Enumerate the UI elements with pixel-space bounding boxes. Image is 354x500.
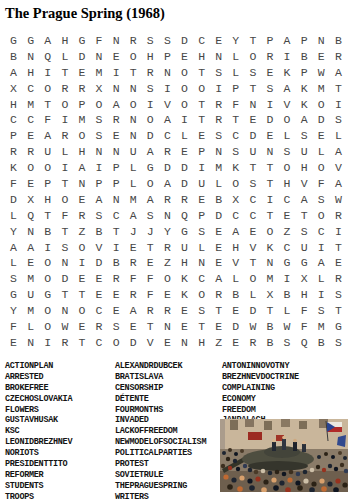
grid-cell-r7c17: L <box>279 128 296 144</box>
grid-cell-r14c1: A <box>5 240 22 256</box>
grid-cell-r20c2: N <box>22 335 39 351</box>
grid-cell-r2c7: E <box>108 49 125 65</box>
grid-cell-r10c8: L <box>125 176 142 192</box>
grid-cell-r15c13: E <box>210 255 227 271</box>
grid-cell-r14c5: O <box>73 240 90 256</box>
grid-cell-r16c5: E <box>73 271 90 287</box>
grid-cell-r5c5: P <box>73 97 90 113</box>
grid-cell-r9c18: H <box>296 160 313 176</box>
grid-cell-r15c7: B <box>108 255 125 271</box>
grid-cell-r2c3: Q <box>39 49 56 65</box>
grid-cell-r7c18: S <box>296 128 313 144</box>
grid-cell-r9c17: O <box>279 160 296 176</box>
grid-cell-r5c2: M <box>22 97 39 113</box>
grid-cell-r16c14: L <box>227 271 244 287</box>
grid-cell-r17c1: G <box>5 287 22 303</box>
grid-cell-r3c17: K <box>279 65 296 81</box>
grid-cell-r9c2: O <box>22 160 39 176</box>
word-list-item: LACKOFFREEDOM <box>115 426 206 437</box>
word-list-item: THEPRAGUESPRING <box>115 481 206 492</box>
grid-cell-r16c6: E <box>90 271 107 287</box>
grid-cell-r6c3: F <box>39 112 56 128</box>
grid-cell-r20c4: R <box>56 335 73 351</box>
grid-cell-r7c16: E <box>261 128 278 144</box>
grid-cell-r18c15: D <box>244 303 261 319</box>
grid-cell-r10c13: L <box>210 176 227 192</box>
grid-cell-r20c19: B <box>313 335 330 351</box>
grid-cell-r3c18: P <box>296 65 313 81</box>
grid-cell-r6c17: O <box>279 112 296 128</box>
word-list-item: POLITICALPARTIES <box>115 448 206 459</box>
grid-cell-r18c19: S <box>313 303 330 319</box>
grid-cell-r19c5: E <box>73 319 90 335</box>
grid-cell-r11c6: A <box>90 192 107 208</box>
grid-cell-r3c1: A <box>5 65 22 81</box>
grid-cell-r2c11: E <box>176 49 193 65</box>
grid-cell-r7c8: N <box>125 128 142 144</box>
grid-cell-r8c16: N <box>261 144 278 160</box>
grid-cell-r19c2: L <box>22 319 39 335</box>
grid-cell-r6c6: S <box>90 112 107 128</box>
word-list-item: LEONIDBREZHNEV <box>5 437 72 448</box>
grid-cell-r20c18: Q <box>296 335 313 351</box>
grid-cell-r13c17: Z <box>279 224 296 240</box>
grid-cell-r2c15: O <box>244 49 261 65</box>
word-list-column-1: ACTIONPLANARRESTEDBROKEFREECZECHOSLOVAKI… <box>5 361 72 500</box>
grid-cell-r19c14: D <box>227 319 244 335</box>
grid-cell-r20c13: Z <box>210 335 227 351</box>
word-list-item: REFORMER <box>5 470 72 481</box>
grid-cell-r7c20: L <box>330 128 347 144</box>
grid-cell-r8c1: R <box>5 144 22 160</box>
grid-cell-r13c8: J <box>125 224 142 240</box>
grid-cell-r20c6: C <box>90 335 107 351</box>
grid-cell-r12c3: T <box>39 208 56 224</box>
grid-cell-r3c10: N <box>159 65 176 81</box>
grid-cell-r12c1: L <box>5 208 22 224</box>
grid-cell-r13c20: I <box>330 224 347 240</box>
grid-cell-r13c10: Y <box>159 224 176 240</box>
grid-cell-r11c16: I <box>261 192 278 208</box>
grid-cell-r3c16: E <box>261 65 278 81</box>
grid-cell-r8c5: H <box>73 144 90 160</box>
grid-cell-r17c17: B <box>279 287 296 303</box>
grid-cell-r14c7: I <box>108 240 125 256</box>
grid-cell-r18c9: R <box>142 303 159 319</box>
grid-cell-r10c20: A <box>330 176 347 192</box>
grid-cell-r11c14: X <box>227 192 244 208</box>
word-list-item: WRITERS <box>115 492 206 500</box>
grid-cell-r8c17: S <box>279 144 296 160</box>
grid-cell-r1c12: C <box>193 33 210 49</box>
grid-cell-r8c3: U <box>39 144 56 160</box>
grid-cell-r9c6: I <box>90 160 107 176</box>
word-list-item: GUSTAVHUSAK <box>5 415 72 426</box>
grid-cell-r9c8: L <box>125 160 142 176</box>
grid-cell-r12c10: N <box>159 208 176 224</box>
grid-cell-r2c17: I <box>279 49 296 65</box>
word-list-item: ECONOMY <box>222 394 299 405</box>
grid-cell-r15c20: E <box>330 255 347 271</box>
grid-cell-r2c10: P <box>159 49 176 65</box>
grid-cell-r2c2: N <box>22 49 39 65</box>
worksheet-page: The Prague Spring (1968) GGAHGFNRSSDCEYT… <box>0 0 354 500</box>
grid-cell-r4c18: K <box>296 81 313 97</box>
grid-cell-r18c18: F <box>296 303 313 319</box>
grid-cell-r16c12: C <box>193 271 210 287</box>
grid-cell-r18c1: Y <box>5 303 22 319</box>
word-list-item: BREZHNEVDOCTRINE <box>222 372 299 383</box>
grid-cell-r9c9: G <box>142 160 159 176</box>
grid-cell-r16c19: L <box>313 271 330 287</box>
grid-cell-r19c16: B <box>261 319 278 335</box>
word-list-column-3: ANTONINNOVOTNYBREZHNEVDOCTRINECOMPLAININ… <box>222 361 299 426</box>
grid-cell-r3c6: M <box>90 65 107 81</box>
grid-cell-r10c9: O <box>142 176 159 192</box>
grid-cell-r4c13: I <box>210 81 227 97</box>
grid-cell-r14c11: U <box>176 240 193 256</box>
red-banner <box>248 432 262 440</box>
grid-cell-r10c11: D <box>176 176 193 192</box>
grid-cell-r6c15: E <box>244 112 261 128</box>
word-list-column-2: ALEXANDRDUBCEKBRATISLAVACENSORSHIPDÉTENT… <box>115 361 206 500</box>
grid-cell-r13c9: J <box>142 224 159 240</box>
grid-cell-r1c10: S <box>159 33 176 49</box>
grid-cell-r19c13: E <box>210 319 227 335</box>
word-list-item: TROOPS <box>5 492 72 500</box>
grid-cell-r19c9: T <box>142 319 159 335</box>
grid-cell-r1c13: E <box>210 33 227 49</box>
grid-cell-r5c15: N <box>244 97 261 113</box>
grid-cell-r14c9: T <box>142 240 159 256</box>
grid-cell-r9c7: P <box>108 160 125 176</box>
word-list-item: FLOWERS <box>5 405 72 416</box>
grid-cell-r12c7: C <box>108 208 125 224</box>
grid-cell-r19c17: W <box>279 319 296 335</box>
grid-cell-r16c10: O <box>159 271 176 287</box>
word-list-item: ACTIONPLAN <box>5 361 72 372</box>
grid-cell-r12c20: R <box>330 208 347 224</box>
grid-cell-r10c15: S <box>244 176 261 192</box>
grid-cell-r9c10: D <box>159 160 176 176</box>
grid-cell-r12c5: R <box>73 208 90 224</box>
grid-cell-r3c3: I <box>39 65 56 81</box>
grid-cell-r14c2: A <box>22 240 39 256</box>
grid-cell-r6c9: O <box>142 112 159 128</box>
grid-cell-r9c13: M <box>210 160 227 176</box>
grid-cell-r18c8: A <box>125 303 142 319</box>
grid-cell-r18c3: O <box>39 303 56 319</box>
grid-cell-r13c15: E <box>244 224 261 240</box>
grid-cell-r8c6: N <box>90 144 107 160</box>
grid-cell-r16c1: S <box>5 271 22 287</box>
grid-cell-r4c12: O <box>193 81 210 97</box>
grid-cell-r4c2: C <box>22 81 39 97</box>
grid-cell-r14c10: R <box>159 240 176 256</box>
grid-cell-r18c20: T <box>330 303 347 319</box>
grid-cell-r11c5: E <box>73 192 90 208</box>
grid-cell-r11c8: M <box>125 192 142 208</box>
grid-cell-r4c1: X <box>5 81 22 97</box>
grid-cell-r18c13: T <box>210 303 227 319</box>
grid-cell-r18c14: E <box>227 303 244 319</box>
grid-cell-r9c16: T <box>261 160 278 176</box>
grid-cell-r15c15: T <box>244 255 261 271</box>
grid-cell-r14c8: E <box>125 240 142 256</box>
grid-cell-r2c4: L <box>56 49 73 65</box>
grid-cell-r4c6: X <box>90 81 107 97</box>
grid-cell-r7c12: E <box>193 128 210 144</box>
grid-cell-r17c14: B <box>227 287 244 303</box>
grid-cell-r14c18: U <box>296 240 313 256</box>
grid-cell-r13c13: E <box>210 224 227 240</box>
grid-cell-r15c12: N <box>193 255 210 271</box>
grid-cell-r13c7: T <box>108 224 125 240</box>
word-list-item: FOURMONTHS <box>115 405 206 416</box>
grid-cell-r18c6: C <box>90 303 107 319</box>
grid-cell-r4c14: P <box>227 81 244 97</box>
grid-cell-r4c11: O <box>176 81 193 97</box>
grid-cell-r17c15: L <box>244 287 261 303</box>
grid-cell-r6c4: I <box>56 112 73 128</box>
grid-cell-r3c15: S <box>244 65 261 81</box>
word-list-item: STUDENTS <box>5 481 72 492</box>
grid-cell-r20c12: H <box>193 335 210 351</box>
word-list-item: FREEDOM <box>222 405 299 416</box>
grid-cell-r14c6: V <box>90 240 107 256</box>
grid-cell-r20c10: E <box>159 335 176 351</box>
grid-cell-r13c1: Y <box>5 224 22 240</box>
grid-cell-r11c13: B <box>210 192 227 208</box>
grid-cell-r3c9: R <box>142 65 159 81</box>
grid-cell-r5c9: I <box>142 97 159 113</box>
grid-cell-r12c6: S <box>90 208 107 224</box>
grid-cell-r18c4: N <box>56 303 73 319</box>
grid-cell-r4c8: N <box>125 81 142 97</box>
grid-cell-r14c17: C <box>279 240 296 256</box>
grid-cell-r10c16: T <box>261 176 278 192</box>
grid-cell-r5c11: O <box>176 97 193 113</box>
grid-cell-r2c1: B <box>5 49 22 65</box>
grid-cell-r12c16: T <box>261 208 278 224</box>
grid-cell-r15c11: H <box>176 255 193 271</box>
grid-cell-r11c3: H <box>39 192 56 208</box>
grid-cell-r7c3: A <box>39 128 56 144</box>
grid-cell-r16c11: K <box>176 271 193 287</box>
grid-cell-r11c7: N <box>108 192 125 208</box>
grid-cell-r19c18: F <box>296 319 313 335</box>
grid-cell-r5c4: O <box>56 97 73 113</box>
grid-cell-r11c17: C <box>279 192 296 208</box>
grid-cell-r10c2: E <box>22 176 39 192</box>
grid-cell-r6c19: D <box>313 112 330 128</box>
grid-cell-r3c13: S <box>210 65 227 81</box>
grid-cell-r1c5: G <box>73 33 90 49</box>
grid-cell-r16c20: R <box>330 271 347 287</box>
grid-cell-r15c8: R <box>125 255 142 271</box>
grid-cell-r12c14: C <box>227 208 244 224</box>
grid-cell-r8c19: L <box>313 144 330 160</box>
grid-cell-r8c13: N <box>210 144 227 160</box>
grid-cell-r8c12: P <box>193 144 210 160</box>
grid-cell-r7c5: O <box>73 128 90 144</box>
grid-cell-r5c20: I <box>330 97 347 113</box>
grid-cell-r11c18: A <box>296 192 313 208</box>
grid-cell-r13c4: T <box>56 224 73 240</box>
grid-cell-r12c9: S <box>142 208 159 224</box>
grid-cell-r19c1: F <box>5 319 22 335</box>
grid-cell-r7c7: E <box>108 128 125 144</box>
grid-cell-r10c4: T <box>56 176 73 192</box>
grid-cell-r19c12: T <box>193 319 210 335</box>
grid-cell-r7c14: C <box>227 128 244 144</box>
word-list-item: ARRESTED <box>5 372 72 383</box>
grid-cell-r19c4: W <box>56 319 73 335</box>
grid-cell-r2c9: H <box>142 49 159 65</box>
grid-cell-r7c19: E <box>313 128 330 144</box>
grid-cell-r20c7: O <box>108 335 125 351</box>
grid-cell-r3c7: I <box>108 65 125 81</box>
grid-cell-r2c12: H <box>193 49 210 65</box>
grid-cell-r16c18: X <box>296 271 313 287</box>
grid-cell-r2c19: E <box>313 49 330 65</box>
grid-cell-r7c1: P <box>5 128 22 144</box>
grid-cell-r15c4: N <box>56 255 73 271</box>
grid-cell-r15c17: G <box>279 255 296 271</box>
grid-cell-r15c10: Z <box>159 255 176 271</box>
grid-cell-r13c5: Z <box>73 224 90 240</box>
word-list-item: SOVIETRULE <box>115 470 206 481</box>
grid-cell-r1c19: N <box>313 33 330 49</box>
grid-cell-r1c20: B <box>330 33 347 49</box>
grid-cell-r1c14: Y <box>227 33 244 49</box>
word-list-item: BROKEFREE <box>5 383 72 394</box>
grid-cell-r2c18: B <box>296 49 313 65</box>
grid-cell-r6c8: N <box>125 112 142 128</box>
grid-cell-r16c16: M <box>261 271 278 287</box>
grid-cell-r15c14: V <box>227 255 244 271</box>
grid-cell-r18c17: L <box>279 303 296 319</box>
grid-cell-r11c19: S <box>313 192 330 208</box>
grid-cell-r12c19: O <box>313 208 330 224</box>
grid-cell-r10c6: P <box>90 176 107 192</box>
grid-cell-r8c2: R <box>22 144 39 160</box>
grid-cell-r20c3: I <box>39 335 56 351</box>
grid-cell-r10c18: V <box>296 176 313 192</box>
grid-cell-r11c12: E <box>193 192 210 208</box>
grid-cell-r6c11: I <box>176 112 193 128</box>
grid-cell-r12c11: Q <box>176 208 193 224</box>
grid-cell-r5c14: F <box>227 97 244 113</box>
grid-cell-r13c14: A <box>227 224 244 240</box>
grid-cell-r3c2: H <box>22 65 39 81</box>
grid-cell-r1c9: S <box>142 33 159 49</box>
grid-cell-r6c13: R <box>210 112 227 128</box>
grid-cell-r19c20: G <box>330 319 347 335</box>
grid-cell-r5c18: K <box>296 97 313 113</box>
grid-cell-r4c4: R <box>56 81 73 97</box>
grid-cell-r1c1: G <box>5 33 22 49</box>
grid-cell-r4c15: T <box>244 81 261 97</box>
grid-cell-r20c17: S <box>279 335 296 351</box>
grid-cell-r2c6: N <box>90 49 107 65</box>
grid-cell-r1c3: A <box>39 33 56 49</box>
grid-cell-r15c16: N <box>261 255 278 271</box>
grid-cell-r10c7: P <box>108 176 125 192</box>
grid-cell-r1c2: G <box>22 33 39 49</box>
grid-cell-r13c16: O <box>261 224 278 240</box>
grid-cell-r2c13: N <box>210 49 227 65</box>
grid-cell-r2c8: O <box>125 49 142 65</box>
grid-cell-r15c2: E <box>22 255 39 271</box>
grid-cell-r11c9: A <box>142 192 159 208</box>
grid-cell-r5c7: A <box>108 97 125 113</box>
grid-cell-r11c2: X <box>22 192 39 208</box>
grid-cell-r9c3: O <box>39 160 56 176</box>
grid-cell-r8c18: U <box>296 144 313 160</box>
grid-cell-r12c12: P <box>193 208 210 224</box>
grid-cell-r2c16: R <box>261 49 278 65</box>
grid-cell-r6c14: T <box>227 112 244 128</box>
grid-cell-r20c8: D <box>125 335 142 351</box>
grid-cell-r11c10: R <box>159 192 176 208</box>
grid-cell-r19c11: E <box>176 319 193 335</box>
grid-cell-r10c17: H <box>279 176 296 192</box>
grid-cell-r1c16: P <box>261 33 278 49</box>
grid-cell-r8c7: N <box>108 144 125 160</box>
grid-cell-r15c5: I <box>73 255 90 271</box>
grid-cell-r18c2: M <box>22 303 39 319</box>
grid-cell-r16c15: O <box>244 271 261 287</box>
grid-cell-r7c9: D <box>142 128 159 144</box>
grid-cell-r14c19: I <box>313 240 330 256</box>
grid-cell-r15c19: A <box>313 255 330 271</box>
grid-cell-r4c7: N <box>108 81 125 97</box>
grid-cell-r17c4: T <box>56 287 73 303</box>
grid-cell-r1c4: H <box>56 33 73 49</box>
grid-cell-r14c14: H <box>227 240 244 256</box>
grid-cell-r5c12: T <box>193 97 210 113</box>
prague-invasion-photo <box>220 419 348 492</box>
grid-cell-r5c3: T <box>39 97 56 113</box>
grid-cell-r18c16: T <box>261 303 278 319</box>
word-search-grid: GGAHGFNRSSDCEYTPAPNBBNQLDNEOHPEHNLORIBER… <box>5 33 347 351</box>
grid-cell-r18c12: S <box>193 303 210 319</box>
grid-cell-r9c12: I <box>193 160 210 176</box>
grid-cell-r8c14: S <box>227 144 244 160</box>
grid-cell-r4c10: I <box>159 81 176 97</box>
grid-cell-r3c14: L <box>227 65 244 81</box>
grid-cell-r5c16: I <box>261 97 278 113</box>
grid-cell-r12c13: D <box>210 208 227 224</box>
grid-cell-r9c20: V <box>330 160 347 176</box>
word-list-item: ALEXANDRDUBCEK <box>115 361 206 372</box>
grid-cell-r5c8: O <box>125 97 142 113</box>
grid-cell-r4c17: A <box>279 81 296 97</box>
grid-cell-r5c10: V <box>159 97 176 113</box>
grid-cell-r13c11: G <box>176 224 193 240</box>
grid-cell-r15c6: D <box>90 255 107 271</box>
grid-cell-r20c14: E <box>227 335 244 351</box>
grid-cell-r10c5: N <box>73 176 90 192</box>
grid-cell-r6c10: A <box>159 112 176 128</box>
grid-cell-r4c9: S <box>142 81 159 97</box>
grid-cell-r19c15: W <box>244 319 261 335</box>
grid-cell-r9c1: K <box>5 160 22 176</box>
grid-cell-r14c16: K <box>261 240 278 256</box>
grid-cell-r17c6: E <box>90 287 107 303</box>
word-list-item: PRESIDENTTITO <box>5 459 72 470</box>
